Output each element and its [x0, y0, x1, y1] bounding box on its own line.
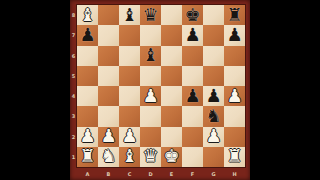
square-d2[interactable] [140, 127, 161, 147]
square-b8[interactable] [98, 5, 119, 25]
square-g4[interactable]: ♟ [203, 86, 224, 106]
square-e5[interactable] [161, 66, 182, 86]
piece-white-rook[interactable]: ♜ [226, 147, 242, 165]
square-e6[interactable] [161, 46, 182, 66]
piece-black-knight[interactable]: ♞ [205, 107, 221, 125]
square-g7[interactable] [203, 25, 224, 45]
square-g2[interactable]: ♟ [203, 127, 224, 147]
square-c3[interactable] [119, 106, 140, 126]
file-label-f: F [182, 167, 203, 180]
square-d1[interactable]: ♛ [140, 147, 161, 167]
file-label-a: A [77, 167, 98, 180]
square-e2[interactable] [161, 127, 182, 147]
square-h3[interactable] [224, 106, 245, 126]
square-a2[interactable]: ♟ [77, 127, 98, 147]
rank-label-3: 3 [70, 106, 77, 126]
square-d4[interactable]: ♟ [140, 86, 161, 106]
piece-black-pawn[interactable]: ♟ [205, 87, 221, 105]
piece-white-bishop[interactable]: ♝ [79, 6, 95, 24]
letterbox-left [0, 0, 70, 180]
piece-white-pawn[interactable]: ♟ [142, 87, 158, 105]
square-e1[interactable]: ♚ [161, 147, 182, 167]
square-d7[interactable] [140, 25, 161, 45]
square-h4[interactable]: ♟ [224, 86, 245, 106]
square-g6[interactable] [203, 46, 224, 66]
piece-black-pawn[interactable]: ♟ [226, 26, 242, 44]
square-b7[interactable] [98, 25, 119, 45]
square-e4[interactable] [161, 86, 182, 106]
square-d3[interactable] [140, 106, 161, 126]
square-h2[interactable] [224, 127, 245, 147]
square-a3[interactable] [77, 106, 98, 126]
piece-white-queen[interactable]: ♛ [142, 147, 158, 165]
square-f8[interactable]: ♚ [182, 5, 203, 25]
square-d5[interactable] [140, 66, 161, 86]
square-g3[interactable]: ♞ [203, 106, 224, 126]
square-h5[interactable] [224, 66, 245, 86]
piece-black-bishop[interactable]: ♝ [142, 46, 158, 64]
chess-board: ♝♝♛♚♜♟♟♟♝♟♟♟♟♞♟♟♟♟♜♞♝♛♚♜ [77, 5, 245, 167]
square-d8[interactable]: ♛ [140, 5, 161, 25]
square-c5[interactable] [119, 66, 140, 86]
piece-black-king[interactable]: ♚ [184, 6, 200, 24]
square-f3[interactable] [182, 106, 203, 126]
piece-white-pawn[interactable]: ♟ [79, 127, 95, 145]
square-h7[interactable]: ♟ [224, 25, 245, 45]
piece-white-knight[interactable]: ♞ [100, 147, 116, 165]
square-c7[interactable] [119, 25, 140, 45]
square-f4[interactable]: ♟ [182, 86, 203, 106]
file-labels: ABCDEFGH [77, 167, 245, 180]
square-c2[interactable]: ♟ [119, 127, 140, 147]
square-b2[interactable]: ♟ [98, 127, 119, 147]
piece-white-pawn[interactable]: ♟ [226, 87, 242, 105]
piece-black-pawn[interactable]: ♟ [79, 26, 95, 44]
square-c1[interactable]: ♝ [119, 147, 140, 167]
square-h8[interactable]: ♜ [224, 5, 245, 25]
square-g5[interactable] [203, 66, 224, 86]
square-a8[interactable]: ♝ [77, 5, 98, 25]
chess-video-frame: 87654321 ♝♝♛♚♜♟♟♟♝♟♟♟♟♞♟♟♟♟♜♞♝♛♚♜ ABCDEF… [0, 0, 320, 180]
piece-white-bishop[interactable]: ♝ [121, 147, 137, 165]
square-f5[interactable] [182, 66, 203, 86]
file-label-g: G [203, 167, 224, 180]
file-label-b: B [98, 167, 119, 180]
piece-white-king[interactable]: ♚ [163, 147, 179, 165]
piece-black-pawn[interactable]: ♟ [184, 26, 200, 44]
rank-label-5: 5 [70, 66, 77, 86]
file-label-c: C [119, 167, 140, 180]
rank-label-8: 8 [70, 5, 77, 25]
square-h1[interactable]: ♜ [224, 147, 245, 167]
piece-white-pawn[interactable]: ♟ [205, 127, 221, 145]
rank-label-7: 7 [70, 25, 77, 45]
piece-black-queen[interactable]: ♛ [142, 6, 158, 24]
square-e3[interactable] [161, 106, 182, 126]
piece-white-rook[interactable]: ♜ [79, 147, 95, 165]
file-label-d: D [140, 167, 161, 180]
file-label-e: E [161, 167, 182, 180]
square-g1[interactable] [203, 147, 224, 167]
square-a7[interactable]: ♟ [77, 25, 98, 45]
square-c6[interactable] [119, 46, 140, 66]
square-a6[interactable] [77, 46, 98, 66]
square-c8[interactable]: ♝ [119, 5, 140, 25]
square-b4[interactable] [98, 86, 119, 106]
piece-black-rook[interactable]: ♜ [226, 6, 242, 24]
piece-white-pawn[interactable]: ♟ [121, 127, 137, 145]
piece-black-bishop[interactable]: ♝ [121, 6, 137, 24]
square-b5[interactable] [98, 66, 119, 86]
square-a1[interactable]: ♜ [77, 147, 98, 167]
square-b6[interactable] [98, 46, 119, 66]
square-f6[interactable] [182, 46, 203, 66]
piece-black-pawn[interactable]: ♟ [184, 87, 200, 105]
square-h6[interactable] [224, 46, 245, 66]
square-c4[interactable] [119, 86, 140, 106]
square-b1[interactable]: ♞ [98, 147, 119, 167]
file-label-h: H [224, 167, 245, 180]
square-g8[interactable] [203, 5, 224, 25]
square-e7[interactable] [161, 25, 182, 45]
square-b3[interactable] [98, 106, 119, 126]
square-d6[interactable]: ♝ [140, 46, 161, 66]
square-f1[interactable] [182, 147, 203, 167]
rank-label-2: 2 [70, 127, 77, 147]
piece-white-pawn[interactable]: ♟ [100, 127, 116, 145]
rank-label-1: 1 [70, 147, 77, 167]
rank-label-4: 4 [70, 86, 77, 106]
square-a4[interactable] [77, 86, 98, 106]
square-e8[interactable] [161, 5, 182, 25]
rank-label-6: 6 [70, 46, 77, 66]
rank-labels: 87654321 [70, 5, 77, 167]
board-frame: 87654321 ♝♝♛♚♜♟♟♟♝♟♟♟♟♞♟♟♟♟♜♞♝♛♚♜ ABCDEF… [70, 0, 250, 180]
square-f7[interactable]: ♟ [182, 25, 203, 45]
square-f2[interactable] [182, 127, 203, 147]
letterbox-right [250, 0, 320, 180]
square-a5[interactable] [77, 66, 98, 86]
